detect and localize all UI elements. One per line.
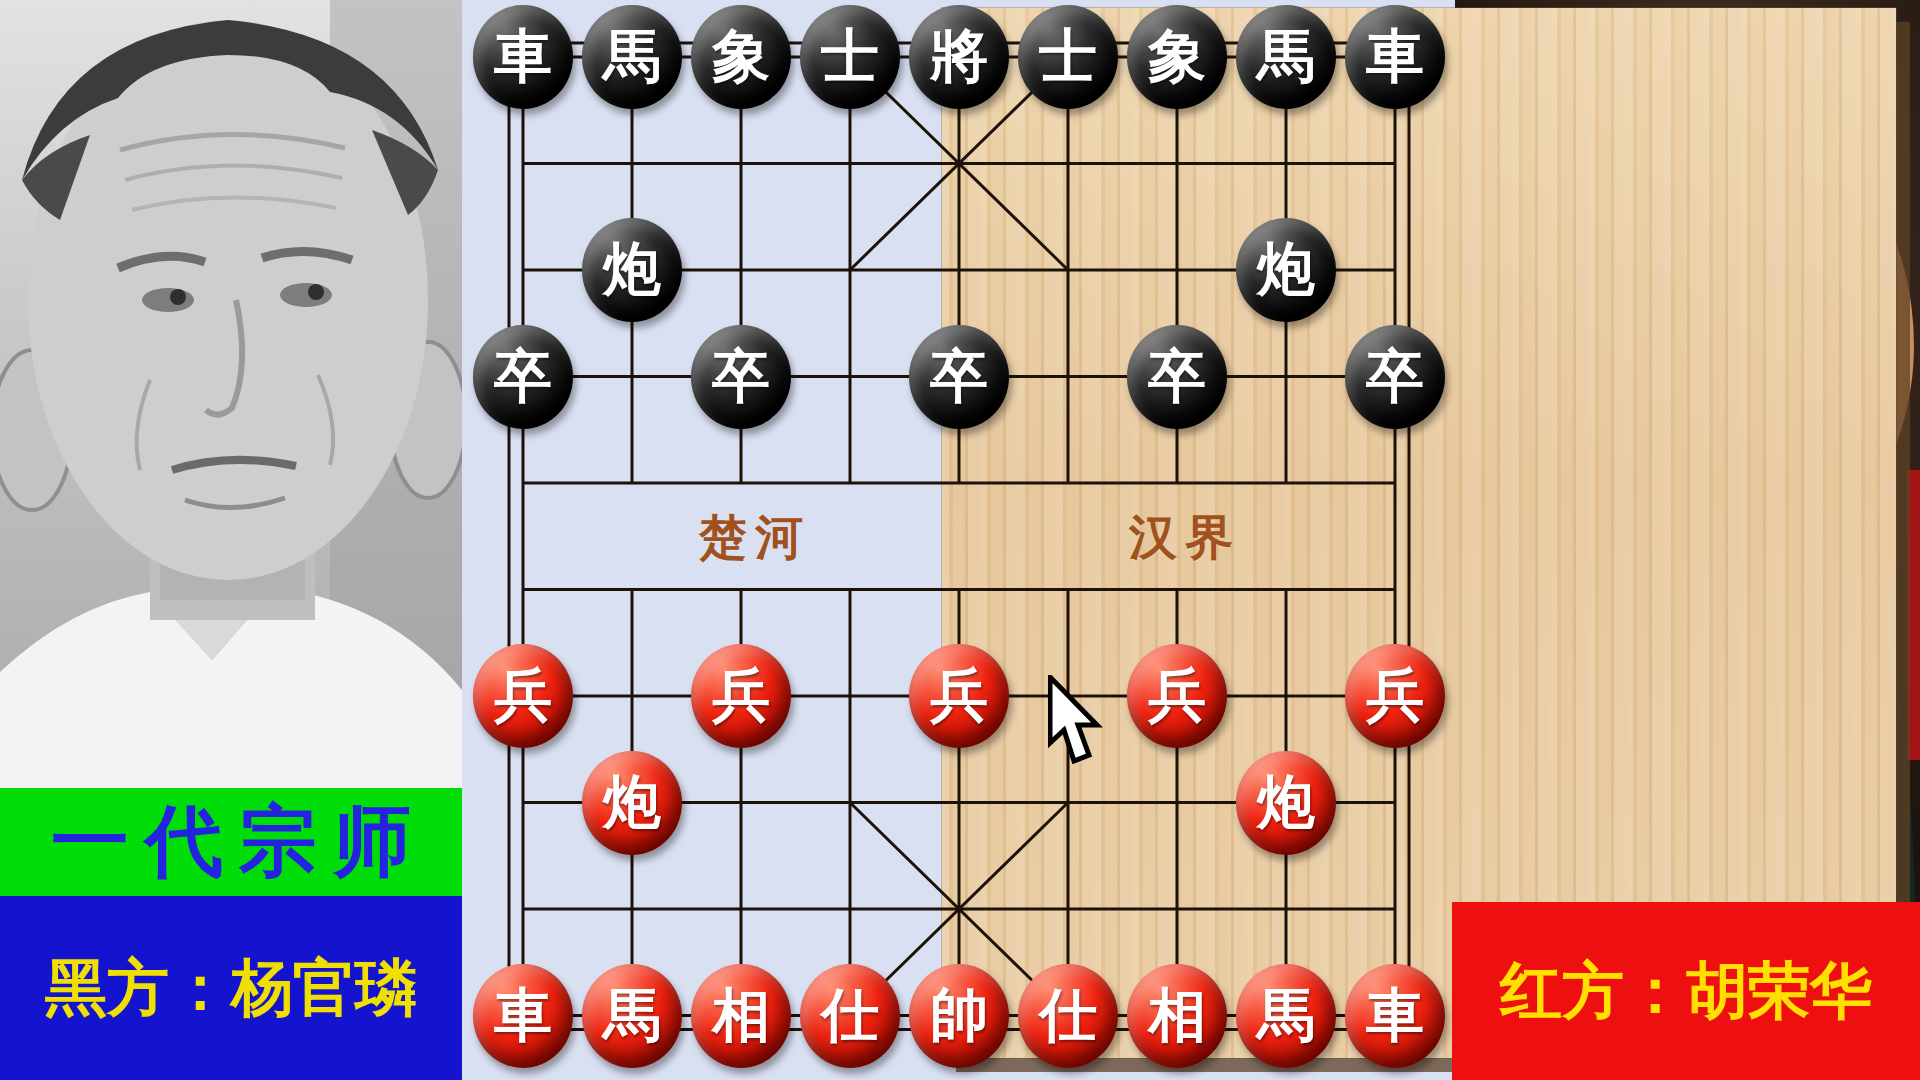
piece-glyph: 兵 <box>930 667 988 725</box>
piece-glyph: 兵 <box>712 667 770 725</box>
piece-black-士[interactable]: 士 <box>800 5 900 109</box>
piece-red-炮[interactable]: 炮 <box>1236 751 1336 855</box>
piece-black-車[interactable]: 車 <box>473 5 573 109</box>
piece-glyph: 仕 <box>821 987 879 1045</box>
piece-glyph: 炮 <box>1257 774 1315 832</box>
piece-black-卒[interactable]: 卒 <box>691 325 791 429</box>
piece-glyph: 卒 <box>930 348 988 406</box>
piece-glyph: 車 <box>1366 28 1424 86</box>
piece-glyph: 兵 <box>1366 667 1424 725</box>
banner-title-text: 一代宗师 <box>35 790 427 895</box>
piece-black-士[interactable]: 士 <box>1018 5 1118 109</box>
banner-title: 一代宗师 <box>0 788 462 896</box>
piece-glyph: 馬 <box>1257 28 1315 86</box>
piece-glyph: 馬 <box>1257 987 1315 1045</box>
piece-red-兵[interactable]: 兵 <box>909 644 1009 748</box>
piece-glyph: 炮 <box>603 241 661 299</box>
piece-red-相[interactable]: 相 <box>1127 964 1227 1068</box>
piece-glyph: 車 <box>494 987 552 1045</box>
piece-black-馬[interactable]: 馬 <box>1236 5 1336 109</box>
piece-black-卒[interactable]: 卒 <box>473 325 573 429</box>
piece-glyph: 象 <box>1148 28 1206 86</box>
piece-glyph: 士 <box>1039 28 1097 86</box>
yang-guanlin-portrait-illustration <box>0 0 462 788</box>
piece-glyph: 兵 <box>494 667 552 725</box>
piece-black-馬[interactable]: 馬 <box>582 5 682 109</box>
piece-black-卒[interactable]: 卒 <box>1345 325 1445 429</box>
piece-red-兵[interactable]: 兵 <box>473 644 573 748</box>
board-frame <box>462 0 1455 1080</box>
piece-glyph: 相 <box>1148 987 1206 1045</box>
piece-glyph: 車 <box>1366 987 1424 1045</box>
piece-red-帥[interactable]: 帥 <box>909 964 1009 1068</box>
piece-red-兵[interactable]: 兵 <box>1345 644 1445 748</box>
piece-glyph: 炮 <box>1257 241 1315 299</box>
piece-black-卒[interactable]: 卒 <box>909 325 1009 429</box>
piece-black-炮[interactable]: 炮 <box>582 218 682 322</box>
screenshot-stage: 楚河 汉界 車馬象士將士象馬車炮炮卒卒卒卒卒兵兵兵兵兵炮炮車馬相仕帥仕相馬車 一… <box>0 0 1920 1080</box>
piece-glyph: 車 <box>494 28 552 86</box>
river-label-chu: 楚河 <box>655 508 855 568</box>
piece-red-仕[interactable]: 仕 <box>800 964 900 1068</box>
piece-glyph: 兵 <box>1148 667 1206 725</box>
piece-red-仕[interactable]: 仕 <box>1018 964 1118 1068</box>
banner-red-player-text: 红方：胡荣华 <box>1500 949 1872 1033</box>
piece-glyph: 卒 <box>712 348 770 406</box>
piece-glyph: 帥 <box>930 987 988 1045</box>
piece-glyph: 馬 <box>603 28 661 86</box>
piece-red-兵[interactable]: 兵 <box>1127 644 1227 748</box>
piece-glyph: 象 <box>712 28 770 86</box>
piece-black-將[interactable]: 將 <box>909 5 1009 109</box>
piece-black-象[interactable]: 象 <box>1127 5 1227 109</box>
banner-black-player: 黑方：杨官璘 <box>0 896 462 1080</box>
piece-red-相[interactable]: 相 <box>691 964 791 1068</box>
piece-black-卒[interactable]: 卒 <box>1127 325 1227 429</box>
river-label-han: 汉界 <box>1085 508 1285 568</box>
piece-glyph: 相 <box>712 987 770 1045</box>
piece-glyph: 士 <box>821 28 879 86</box>
piece-glyph: 卒 <box>1148 348 1206 406</box>
piece-red-車[interactable]: 車 <box>1345 964 1445 1068</box>
piece-glyph: 仕 <box>1039 987 1097 1045</box>
piece-red-炮[interactable]: 炮 <box>582 751 682 855</box>
piece-red-馬[interactable]: 馬 <box>1236 964 1336 1068</box>
piece-glyph: 馬 <box>603 987 661 1045</box>
piece-glyph: 卒 <box>494 348 552 406</box>
piece-black-車[interactable]: 車 <box>1345 5 1445 109</box>
piece-glyph: 炮 <box>603 774 661 832</box>
piece-black-象[interactable]: 象 <box>691 5 791 109</box>
piece-red-兵[interactable]: 兵 <box>691 644 791 748</box>
piece-red-馬[interactable]: 馬 <box>582 964 682 1068</box>
piece-black-炮[interactable]: 炮 <box>1236 218 1336 322</box>
banner-red-player: 红方：胡荣华 <box>1452 902 1920 1080</box>
piece-red-車[interactable]: 車 <box>473 964 573 1068</box>
piece-glyph: 將 <box>930 28 988 86</box>
piece-glyph: 卒 <box>1366 348 1424 406</box>
banner-black-player-text: 黑方：杨官璘 <box>45 946 417 1030</box>
